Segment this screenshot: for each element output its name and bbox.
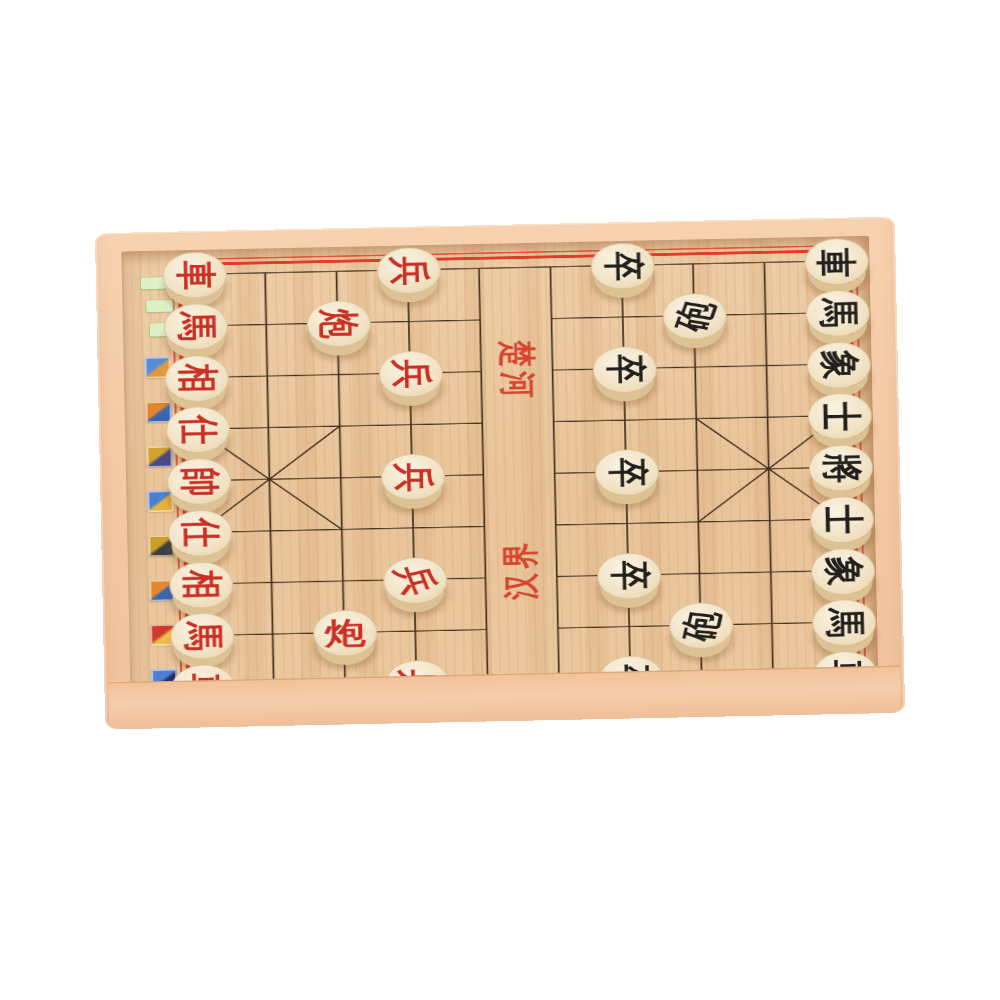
xiangqi-board: 楚河 汉界 車馬相仕帥仕相馬車炮炮兵兵兵兵兵卒卒卒卒卒砲砲車馬象士將士象馬車 <box>121 236 878 711</box>
margin-sticker <box>147 491 173 512</box>
piece-black-advisor[interactable]: 士 <box>810 496 875 543</box>
piece-character: 砲 <box>670 298 720 334</box>
piece-black-elephant[interactable]: 象 <box>811 548 876 595</box>
piece-red-advisor[interactable]: 仕 <box>166 406 231 453</box>
piece-character: 相 <box>176 363 218 393</box>
piece-character: 兵 <box>388 255 430 285</box>
perspective-wrapper: 楚河 汉界 車馬相仕帥仕相馬車炮炮兵兵兵兵兵卒卒卒卒卒砲砲車馬象士將士象馬車 <box>100 128 900 818</box>
piece-black-advisor[interactable]: 士 <box>807 393 872 440</box>
piece-character: 將 <box>820 453 862 483</box>
green-logo-sticker <box>145 299 173 313</box>
piece-black-soldier[interactable]: 卒 <box>597 552 662 599</box>
piece-character: 砲 <box>678 609 725 642</box>
piece-red-elephant[interactable]: 相 <box>164 355 229 402</box>
piece-character: 馬 <box>182 621 224 651</box>
piece-black-cannon[interactable]: 砲 <box>669 602 734 649</box>
piece-black-soldier[interactable]: 卒 <box>592 346 657 393</box>
piece-character: 卒 <box>604 354 646 384</box>
piece-black-horse[interactable]: 馬 <box>812 599 877 646</box>
piece-character: 士 <box>821 504 863 534</box>
margin-sticker <box>149 580 175 601</box>
piece-red-horse[interactable]: 馬 <box>163 303 228 350</box>
piece-character: 帥 <box>178 466 220 496</box>
piece-red-soldier[interactable]: 兵 <box>378 350 443 397</box>
piece-character: 士 <box>819 401 861 431</box>
piece-black-general[interactable]: 將 <box>808 444 873 491</box>
piece-character: 兵 <box>390 359 432 389</box>
piece-character: 兵 <box>392 462 434 492</box>
decorative-sticker-strip <box>121 236 869 252</box>
piece-character: 相 <box>180 569 222 599</box>
margin-sticker <box>146 446 172 467</box>
piece-character: 象 <box>822 556 864 586</box>
brand-sticker-group <box>121 236 869 252</box>
river-label-hanjie: 汉界 <box>496 549 547 600</box>
piece-black-chariot[interactable]: 車 <box>804 238 869 285</box>
piece-black-elephant[interactable]: 象 <box>806 341 871 388</box>
piece-red-advisor[interactable]: 仕 <box>168 509 233 556</box>
piece-red-soldier[interactable]: 兵 <box>376 247 441 294</box>
piece-character: 馬 <box>175 311 217 341</box>
margin-sticker <box>148 535 174 556</box>
piece-red-elephant[interactable]: 相 <box>169 561 234 608</box>
piece-character: 象 <box>818 350 860 380</box>
piece-red-general[interactable]: 帥 <box>167 458 232 505</box>
piece-red-cannon[interactable]: 炮 <box>306 300 371 347</box>
piece-black-horse[interactable]: 馬 <box>805 290 870 337</box>
board-tray: 楚河 汉界 車馬相仕帥仕相馬車炮炮兵兵兵兵兵卒卒卒卒卒砲砲車馬象士將士象馬車 <box>95 217 905 730</box>
piece-red-chariot[interactable]: 車 <box>162 251 227 298</box>
piece-character: 卒 <box>608 561 650 591</box>
piece-character: 炮 <box>318 308 360 338</box>
piece-black-soldier[interactable]: 卒 <box>595 449 660 496</box>
pieces-layer: 車馬相仕帥仕相馬車炮炮兵兵兵兵兵卒卒卒卒卒砲砲車馬象士將士象馬車 <box>194 261 845 687</box>
piece-red-soldier[interactable]: 兵 <box>383 556 448 603</box>
piece-character: 卒 <box>606 457 648 487</box>
product-photo-scene: 楚河 汉界 車馬相仕帥仕相馬車炮炮兵兵兵兵兵卒卒卒卒卒砲砲車馬象士將士象馬車 <box>0 0 1000 1000</box>
piece-red-horse[interactable]: 馬 <box>170 613 235 660</box>
piece-character: 卒 <box>602 251 644 281</box>
piece-character: 馬 <box>817 298 859 328</box>
piece-character: 馬 <box>823 608 865 638</box>
piece-red-cannon[interactable]: 炮 <box>313 610 378 657</box>
piece-red-soldier[interactable]: 兵 <box>381 453 446 500</box>
piece-black-soldier[interactable]: 卒 <box>590 242 655 289</box>
piece-character: 車 <box>816 246 858 276</box>
piece-character: 兵 <box>390 562 441 599</box>
piece-character: 炮 <box>324 618 366 648</box>
piece-character: 車 <box>174 260 216 290</box>
piece-black-cannon[interactable]: 砲 <box>663 293 728 340</box>
piece-character: 仕 <box>179 518 221 548</box>
margin-sticker <box>150 624 176 645</box>
piece-character: 仕 <box>177 415 219 445</box>
